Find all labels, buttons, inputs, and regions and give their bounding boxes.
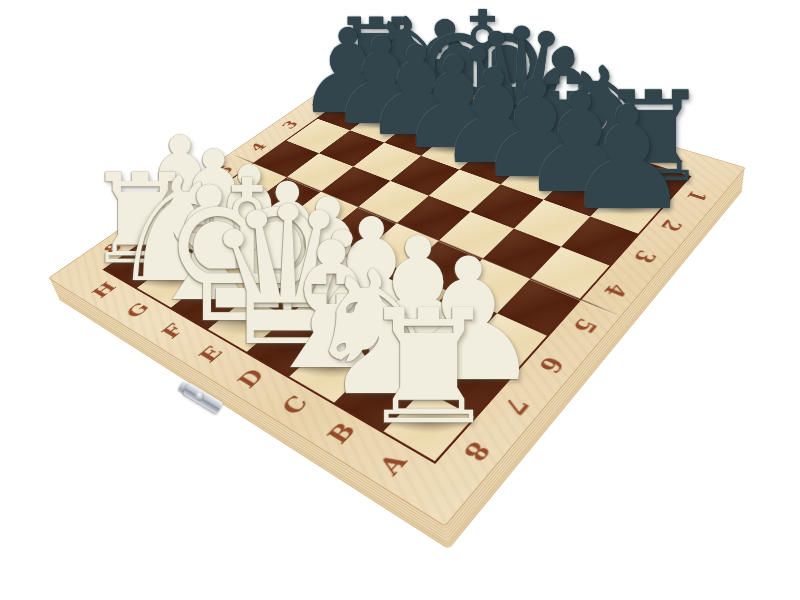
chess-board: HHGGFFEEDDCCBBAA1122334455667788 bbox=[48, 57, 746, 527]
chess-set-photo: HHGGFFEEDDCCBBAA1122334455667788 ♜♞♝♚♛♝♞… bbox=[0, 0, 800, 600]
